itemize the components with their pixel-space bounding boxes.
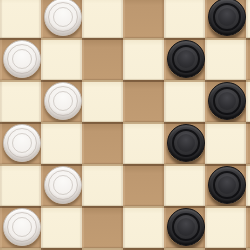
black-checker[interactable]: [167, 208, 205, 246]
light-square: [41, 38, 82, 80]
light-square: [205, 38, 246, 80]
checker-ring: [172, 45, 200, 73]
light-square: [164, 80, 205, 122]
dark-square[interactable]: [246, 122, 250, 164]
dark-square[interactable]: [0, 206, 41, 248]
light-square: [0, 164, 41, 206]
checker-ring: [218, 92, 236, 110]
checkers-board: [0, 0, 250, 250]
checker-ring: [218, 8, 236, 26]
checker-ring: [53, 7, 73, 27]
white-checker[interactable]: [44, 166, 82, 204]
dark-square[interactable]: [41, 0, 82, 38]
checker-ring: [12, 49, 32, 69]
checker-ring: [177, 50, 195, 68]
light-square: [246, 0, 250, 38]
white-checker[interactable]: [44, 82, 82, 120]
checker-ring: [48, 170, 78, 200]
light-square: [246, 80, 250, 122]
light-square: [41, 206, 82, 248]
checker-ring: [213, 87, 241, 115]
checker-ring: [177, 134, 195, 152]
black-checker[interactable]: [208, 82, 246, 120]
dark-square[interactable]: [246, 206, 250, 248]
light-square: [82, 80, 123, 122]
checker-ring: [53, 91, 73, 111]
light-square: [0, 0, 41, 38]
dark-square[interactable]: [0, 122, 41, 164]
checker-ring: [172, 213, 200, 241]
dark-square[interactable]: [0, 38, 41, 80]
checker-ring: [177, 218, 195, 236]
dark-square[interactable]: [41, 80, 82, 122]
black-checker[interactable]: [167, 40, 205, 78]
white-checker[interactable]: [3, 208, 41, 246]
light-square: [82, 0, 123, 38]
checker-ring: [53, 175, 73, 195]
light-square: [246, 164, 250, 206]
light-square: [205, 206, 246, 248]
checker-ring: [172, 129, 200, 157]
white-checker[interactable]: [3, 124, 41, 162]
dark-square[interactable]: [205, 164, 246, 206]
light-square: [123, 122, 164, 164]
checker-ring: [7, 212, 37, 242]
dark-square[interactable]: [123, 164, 164, 206]
black-checker[interactable]: [167, 124, 205, 162]
game-screen: [0, 0, 250, 250]
light-square: [205, 122, 246, 164]
dark-square[interactable]: [246, 38, 250, 80]
dark-square[interactable]: [41, 164, 82, 206]
black-checker[interactable]: [208, 0, 246, 36]
white-checker[interactable]: [3, 40, 41, 78]
black-checker[interactable]: [208, 166, 246, 204]
dark-square[interactable]: [205, 80, 246, 122]
dark-square[interactable]: [82, 206, 123, 248]
checker-ring: [12, 133, 32, 153]
light-square: [82, 164, 123, 206]
checker-ring: [48, 86, 78, 116]
checker-ring: [12, 217, 32, 237]
dark-square[interactable]: [123, 0, 164, 38]
light-square: [0, 80, 41, 122]
checker-ring: [213, 171, 241, 199]
checker-ring: [48, 2, 78, 32]
checker-ring: [213, 3, 241, 31]
dark-square[interactable]: [164, 122, 205, 164]
dark-square[interactable]: [123, 80, 164, 122]
checker-ring: [218, 176, 236, 194]
light-square: [41, 122, 82, 164]
dark-square[interactable]: [164, 206, 205, 248]
dark-square[interactable]: [82, 122, 123, 164]
white-checker[interactable]: [44, 0, 82, 36]
checker-ring: [7, 44, 37, 74]
light-square: [123, 206, 164, 248]
light-square: [164, 0, 205, 38]
checker-ring: [7, 128, 37, 158]
dark-square[interactable]: [82, 38, 123, 80]
light-square: [164, 164, 205, 206]
light-square: [123, 38, 164, 80]
dark-square[interactable]: [205, 0, 246, 38]
dark-square[interactable]: [164, 38, 205, 80]
